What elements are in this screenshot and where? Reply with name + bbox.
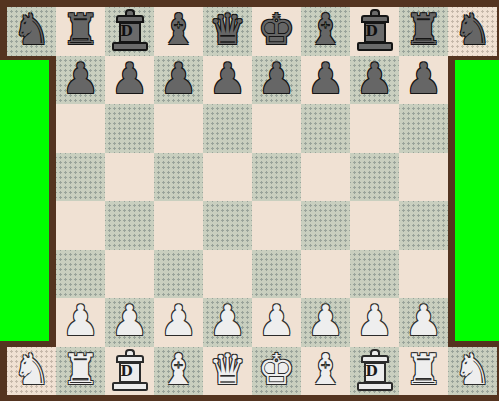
square-e7[interactable]: ♟ xyxy=(252,56,301,105)
square-e4[interactable] xyxy=(252,201,301,250)
square-b6[interactable] xyxy=(105,104,154,153)
black-pawn-piece: ♟ xyxy=(160,58,198,102)
square-f3[interactable] xyxy=(301,250,350,299)
square-a6[interactable] xyxy=(56,104,105,153)
square-a5[interactable] xyxy=(56,153,105,202)
square-h8[interactable]: ♜ xyxy=(399,7,448,56)
square-g8[interactable]: D xyxy=(350,7,399,56)
square-f4[interactable] xyxy=(301,201,350,250)
dp-knob xyxy=(370,349,380,355)
square-h5[interactable] xyxy=(399,153,448,202)
black-pawn-piece: ♟ xyxy=(209,58,247,102)
black-rook-piece: ♜ xyxy=(405,9,443,53)
square-e6[interactable] xyxy=(252,104,301,153)
square-b1[interactable]: D xyxy=(105,347,154,396)
square-f7[interactable]: ♟ xyxy=(301,56,350,105)
square-g2[interactable]: ♟ xyxy=(350,298,399,347)
square-f1[interactable]: ♝ xyxy=(301,347,350,396)
square-d1[interactable]: ♛ xyxy=(203,347,252,396)
dp-body-label: D xyxy=(119,362,141,383)
square-d8[interactable]: ♛ xyxy=(203,7,252,56)
black-queen-piece: ♛ xyxy=(209,9,247,53)
black-pawn-piece: ♟ xyxy=(405,58,443,102)
square-g5[interactable] xyxy=(350,153,399,202)
square-c5[interactable] xyxy=(154,153,203,202)
square-a4[interactable] xyxy=(56,201,105,250)
white-pawn-piece: ♟ xyxy=(258,300,296,344)
black-d-piece-piece: D xyxy=(112,9,148,53)
white-bishop-piece: ♝ xyxy=(160,349,198,393)
square-a8[interactable]: ♜ xyxy=(56,7,105,56)
square-c6[interactable] xyxy=(154,104,203,153)
square-c8[interactable]: ♝ xyxy=(154,7,203,56)
square-f6[interactable] xyxy=(301,104,350,153)
square-d2[interactable]: ♟ xyxy=(203,298,252,347)
square-b7[interactable]: ♟ xyxy=(105,56,154,105)
black-pawn-piece: ♟ xyxy=(356,58,394,102)
square-h2[interactable]: ♟ xyxy=(399,298,448,347)
black-pawn-piece: ♟ xyxy=(258,58,296,102)
square-e8[interactable]: ♚ xyxy=(252,7,301,56)
white-rook-piece: ♜ xyxy=(62,349,100,393)
square-g7[interactable]: ♟ xyxy=(350,56,399,105)
square-g1[interactable]: D xyxy=(350,347,399,396)
square-c3[interactable] xyxy=(154,250,203,299)
dp-base xyxy=(112,42,148,51)
square-b5[interactable] xyxy=(105,153,154,202)
square-a3[interactable] xyxy=(56,250,105,299)
square-g4[interactable] xyxy=(350,201,399,250)
corner-square-top-right[interactable]: ♞ xyxy=(448,7,497,56)
white-pawn-piece: ♟ xyxy=(405,300,443,344)
black-knight-piece: ♞ xyxy=(454,9,492,53)
white-knight-piece: ♞ xyxy=(454,349,492,393)
dp-base xyxy=(112,382,148,391)
square-h6[interactable] xyxy=(399,104,448,153)
square-h7[interactable]: ♟ xyxy=(399,56,448,105)
square-g6[interactable] xyxy=(350,104,399,153)
square-b2[interactable]: ♟ xyxy=(105,298,154,347)
square-f8[interactable]: ♝ xyxy=(301,7,350,56)
white-rook-piece: ♜ xyxy=(405,349,443,393)
white-king-piece: ♚ xyxy=(258,349,296,393)
square-e2[interactable]: ♟ xyxy=(252,298,301,347)
square-c7[interactable]: ♟ xyxy=(154,56,203,105)
square-h4[interactable] xyxy=(399,201,448,250)
square-b8[interactable]: D xyxy=(105,7,154,56)
white-queen-piece: ♛ xyxy=(209,349,247,393)
black-bishop-piece: ♝ xyxy=(307,9,345,53)
black-rook-piece: ♜ xyxy=(62,9,100,53)
white-d-piece-piece: D xyxy=(112,349,148,393)
white-pawn-piece: ♟ xyxy=(356,300,394,344)
chess-app-window: ♜D♝♛♚♝D♜♟♟♟♟♟♟♟♟♟♟♟♟♟♟♟♟♜D♝♛♚♝D♜ ♞♞♞♞ xyxy=(0,0,499,401)
square-d3[interactable] xyxy=(203,250,252,299)
dp-knob xyxy=(125,349,135,355)
white-pawn-piece: ♟ xyxy=(307,300,345,344)
square-d4[interactable] xyxy=(203,201,252,250)
square-c4[interactable] xyxy=(154,201,203,250)
square-f5[interactable] xyxy=(301,153,350,202)
dp-base xyxy=(357,382,393,391)
square-e3[interactable] xyxy=(252,250,301,299)
white-knight-piece: ♞ xyxy=(13,349,51,393)
white-bishop-piece: ♝ xyxy=(307,349,345,393)
black-pawn-piece: ♟ xyxy=(307,58,345,102)
square-e5[interactable] xyxy=(252,153,301,202)
square-g3[interactable] xyxy=(350,250,399,299)
square-c2[interactable]: ♟ xyxy=(154,298,203,347)
corner-square-bottom-right[interactable]: ♞ xyxy=(448,347,497,396)
black-pawn-piece: ♟ xyxy=(111,58,149,102)
white-d-piece-piece: D xyxy=(357,349,393,393)
square-a7[interactable]: ♟ xyxy=(56,56,105,105)
black-pawn-piece: ♟ xyxy=(62,58,100,102)
square-e1[interactable]: ♚ xyxy=(252,347,301,396)
chess-board: ♜D♝♛♚♝D♜♟♟♟♟♟♟♟♟♟♟♟♟♟♟♟♟♜D♝♛♚♝D♜ xyxy=(56,7,448,395)
white-pawn-piece: ♟ xyxy=(62,300,100,344)
black-bishop-piece: ♝ xyxy=(160,9,198,53)
square-a2[interactable]: ♟ xyxy=(56,298,105,347)
square-d7[interactable]: ♟ xyxy=(203,56,252,105)
square-b4[interactable] xyxy=(105,201,154,250)
black-knight-piece: ♞ xyxy=(13,9,51,53)
black-d-piece-piece: D xyxy=(357,9,393,53)
dp-base xyxy=(357,42,393,51)
white-pawn-piece: ♟ xyxy=(160,300,198,344)
square-b3[interactable] xyxy=(105,250,154,299)
square-d5[interactable] xyxy=(203,153,252,202)
corner-square-bottom-left[interactable]: ♞ xyxy=(7,347,56,396)
square-a1[interactable]: ♜ xyxy=(56,347,105,396)
square-c1[interactable]: ♝ xyxy=(154,347,203,396)
corner-square-top-left[interactable]: ♞ xyxy=(7,7,56,56)
white-pawn-piece: ♟ xyxy=(209,300,247,344)
white-pawn-piece: ♟ xyxy=(111,300,149,344)
dp-body-label: D xyxy=(119,22,141,43)
square-f2[interactable]: ♟ xyxy=(301,298,350,347)
square-d6[interactable] xyxy=(203,104,252,153)
square-h1[interactable]: ♜ xyxy=(399,347,448,396)
dp-body-label: D xyxy=(364,22,386,43)
black-king-piece: ♚ xyxy=(258,9,296,53)
dp-body-label: D xyxy=(364,362,386,383)
square-h3[interactable] xyxy=(399,250,448,299)
